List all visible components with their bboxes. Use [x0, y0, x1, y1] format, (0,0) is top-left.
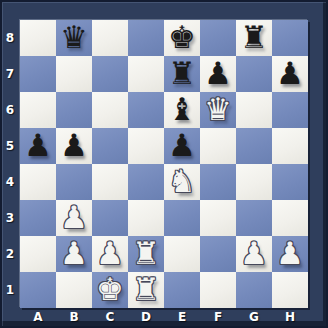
square-a5[interactable]: ♟ [20, 128, 56, 164]
square-a1[interactable] [20, 272, 56, 308]
square-d6[interactable] [128, 92, 164, 128]
white-knight-piece[interactable]: ♞ [164, 164, 200, 200]
file-label-f: F [200, 309, 236, 325]
black-queen-piece[interactable]: ♛ [56, 20, 92, 56]
square-e3[interactable] [164, 200, 200, 236]
square-g5[interactable] [236, 128, 272, 164]
white-rook-piece[interactable]: ♜ [128, 272, 164, 308]
square-c1[interactable]: ♚ [92, 272, 128, 308]
square-h7[interactable]: ♟ [272, 56, 308, 92]
chess-board: ♛♚♜♜♟♟♝♛♟♟♟♞♟♟♟♜♟♟♚♜ [20, 20, 308, 308]
square-b4[interactable] [56, 164, 92, 200]
square-b7[interactable] [56, 56, 92, 92]
white-pawn-piece[interactable]: ♟ [92, 236, 128, 272]
square-e8[interactable]: ♚ [164, 20, 200, 56]
square-d7[interactable] [128, 56, 164, 92]
square-d8[interactable] [128, 20, 164, 56]
square-c3[interactable] [92, 200, 128, 236]
square-b1[interactable] [56, 272, 92, 308]
square-c6[interactable] [92, 92, 128, 128]
square-f5[interactable] [200, 128, 236, 164]
square-a8[interactable] [20, 20, 56, 56]
square-h3[interactable] [272, 200, 308, 236]
white-pawn-piece[interactable]: ♟ [56, 236, 92, 272]
square-d5[interactable] [128, 128, 164, 164]
square-g8[interactable]: ♜ [236, 20, 272, 56]
square-c2[interactable]: ♟ [92, 236, 128, 272]
square-b2[interactable]: ♟ [56, 236, 92, 272]
square-g1[interactable] [236, 272, 272, 308]
square-a3[interactable] [20, 200, 56, 236]
square-h1[interactable] [272, 272, 308, 308]
square-b8[interactable]: ♛ [56, 20, 92, 56]
square-f6[interactable]: ♛ [200, 92, 236, 128]
black-pawn-piece[interactable]: ♟ [200, 56, 236, 92]
square-e4[interactable]: ♞ [164, 164, 200, 200]
rank-label-6: 6 [0, 92, 20, 128]
square-e6[interactable]: ♝ [164, 92, 200, 128]
rank-label-5: 5 [0, 128, 20, 164]
square-e1[interactable] [164, 272, 200, 308]
file-label-c: C [92, 309, 128, 325]
square-h8[interactable] [272, 20, 308, 56]
square-g2[interactable]: ♟ [236, 236, 272, 272]
black-king-piece[interactable]: ♚ [164, 20, 200, 56]
square-b5[interactable]: ♟ [56, 128, 92, 164]
square-a6[interactable] [20, 92, 56, 128]
file-labels: ABCDEFGH [20, 309, 308, 325]
rank-label-1: 1 [0, 272, 20, 308]
file-label-e: E [164, 309, 200, 325]
square-e2[interactable] [164, 236, 200, 272]
white-pawn-piece[interactable]: ♟ [236, 236, 272, 272]
square-f3[interactable] [200, 200, 236, 236]
square-f7[interactable]: ♟ [200, 56, 236, 92]
white-rook-piece[interactable]: ♜ [128, 236, 164, 272]
square-f2[interactable] [200, 236, 236, 272]
square-f8[interactable] [200, 20, 236, 56]
square-h5[interactable] [272, 128, 308, 164]
square-d3[interactable] [128, 200, 164, 236]
rank-label-4: 4 [0, 164, 20, 200]
rank-labels: 87654321 [0, 20, 20, 308]
square-e5[interactable]: ♟ [164, 128, 200, 164]
square-h2[interactable]: ♟ [272, 236, 308, 272]
black-rook-piece[interactable]: ♜ [164, 56, 200, 92]
square-g6[interactable] [236, 92, 272, 128]
square-a2[interactable] [20, 236, 56, 272]
black-pawn-piece[interactable]: ♟ [56, 128, 92, 164]
black-rook-piece[interactable]: ♜ [236, 20, 272, 56]
square-g4[interactable] [236, 164, 272, 200]
file-label-b: B [56, 309, 92, 325]
square-c7[interactable] [92, 56, 128, 92]
square-e7[interactable]: ♜ [164, 56, 200, 92]
black-pawn-piece[interactable]: ♟ [164, 128, 200, 164]
white-queen-piece[interactable]: ♛ [200, 92, 236, 128]
file-label-g: G [236, 309, 272, 325]
white-pawn-piece[interactable]: ♟ [56, 200, 92, 236]
chess-board-frame: 87654321 ♛♚♜♜♟♟♝♛♟♟♟♞♟♟♟♜♟♟♚♜ ABCDEFGH [0, 0, 328, 328]
rank-label-2: 2 [0, 236, 20, 272]
black-pawn-piece[interactable]: ♟ [272, 56, 308, 92]
square-c4[interactable] [92, 164, 128, 200]
square-b6[interactable] [56, 92, 92, 128]
rank-label-8: 8 [0, 20, 20, 56]
square-a7[interactable] [20, 56, 56, 92]
square-b3[interactable]: ♟ [56, 200, 92, 236]
square-d1[interactable]: ♜ [128, 272, 164, 308]
square-d4[interactable] [128, 164, 164, 200]
black-bishop-piece[interactable]: ♝ [164, 92, 200, 128]
rank-label-3: 3 [0, 200, 20, 236]
square-h4[interactable] [272, 164, 308, 200]
black-pawn-piece[interactable]: ♟ [20, 128, 56, 164]
square-g3[interactable] [236, 200, 272, 236]
square-g7[interactable] [236, 56, 272, 92]
file-label-d: D [128, 309, 164, 325]
white-king-piece[interactable]: ♚ [92, 272, 128, 308]
file-label-a: A [20, 309, 56, 325]
rank-label-7: 7 [0, 56, 20, 92]
square-c5[interactable] [92, 128, 128, 164]
square-f1[interactable] [200, 272, 236, 308]
square-h6[interactable] [272, 92, 308, 128]
square-d2[interactable]: ♜ [128, 236, 164, 272]
square-a4[interactable] [20, 164, 56, 200]
square-f4[interactable] [200, 164, 236, 200]
file-label-h: H [272, 309, 308, 325]
white-pawn-piece[interactable]: ♟ [272, 236, 308, 272]
square-c8[interactable] [92, 20, 128, 56]
